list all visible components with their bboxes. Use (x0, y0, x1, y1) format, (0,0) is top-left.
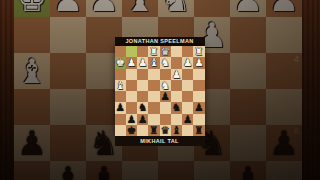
square-g7: ♟ (50, 161, 86, 180)
square-f7: ♟ (86, 161, 122, 180)
piece-black-knight: ♞ (172, 102, 181, 113)
square-c4[interactable] (171, 80, 182, 91)
piece-white-pawn: ♟ (233, 0, 263, 17)
square-e5[interactable] (148, 91, 159, 102)
piece-white-bishop: ♝ (149, 57, 158, 68)
square-h2[interactable]: ♚ (115, 57, 126, 68)
square-b3[interactable] (182, 69, 193, 80)
square-a3[interactable] (193, 69, 204, 80)
square-a4[interactable] (193, 80, 204, 91)
square-g6 (50, 125, 86, 161)
piece-white-bishop: ♝ (125, 0, 155, 17)
piece-black-pawn: ♟ (194, 102, 203, 113)
piece-white-king: ♚ (115, 57, 124, 68)
square-f8[interactable] (137, 125, 148, 136)
piece-white-bishop: ♝ (115, 80, 124, 91)
square-h8[interactable] (115, 125, 126, 136)
piece-black-pawn: ♟ (89, 161, 119, 180)
rank-coordinate-label: 4 (294, 54, 299, 64)
piece-white-pawn: ♟ (194, 57, 203, 68)
square-g4 (50, 53, 86, 89)
square-b4 (230, 53, 266, 89)
piece-black-pawn: ♟ (53, 161, 83, 180)
square-b7: ♟ (230, 161, 266, 180)
square-g4[interactable] (126, 80, 137, 91)
square-g6[interactable] (126, 102, 137, 113)
square-d2: ♞ (158, 0, 194, 17)
square-e7 (122, 161, 158, 180)
square-a3: 3 (266, 17, 302, 53)
square-g3[interactable] (126, 69, 137, 80)
square-a6[interactable]: ♟ (193, 102, 204, 113)
square-b2: ♟ (230, 0, 266, 17)
square-b7[interactable]: ♟ (182, 114, 193, 125)
square-h6[interactable]: ♟ (115, 102, 126, 113)
piece-white-pawn: ♟ (53, 0, 83, 17)
square-d5[interactable]: ♟ (160, 91, 171, 102)
piece-black-pawn: ♟ (17, 125, 47, 161)
square-d6[interactable] (160, 102, 171, 113)
piece-black-knight: ♞ (138, 102, 147, 113)
square-f2: ♟ (86, 0, 122, 17)
square-e8[interactable]: ♜ (148, 125, 159, 136)
square-a8[interactable]: ♜ (193, 125, 204, 136)
square-e4[interactable] (148, 80, 159, 91)
square-b6[interactable] (182, 102, 193, 113)
square-c3[interactable]: ♟ (171, 69, 182, 80)
square-a2: ♟2 (266, 0, 302, 17)
square-b2[interactable]: ♟ (182, 57, 193, 68)
piece-white-pawn: ♟ (172, 69, 181, 80)
piece-black-pawn: ♟ (160, 91, 169, 102)
square-b4[interactable] (182, 80, 193, 91)
piece-white-pawn: ♟ (89, 0, 119, 17)
square-a5: 5 (266, 89, 302, 125)
square-h5 (14, 89, 50, 125)
wood-border-right (302, 0, 320, 180)
piece-white-pawn: ♟ (127, 57, 136, 68)
square-h7[interactable] (115, 114, 126, 125)
square-f6[interactable]: ♞ (137, 102, 148, 113)
piece-black-pawn: ♟ (233, 161, 263, 180)
square-h4: ♝ (14, 53, 50, 89)
square-f4[interactable] (137, 80, 148, 91)
square-e6[interactable] (148, 102, 159, 113)
square-h6: ♟ (14, 125, 50, 161)
rank-coordinate-label: 7 (294, 162, 299, 172)
square-g2[interactable]: ♟ (126, 57, 137, 68)
square-c8[interactable]: ♝ (171, 125, 182, 136)
square-a2[interactable]: ♟ (193, 57, 204, 68)
square-h3 (14, 17, 50, 53)
game-panel: JONATHAN SPEELMAN ♜♛♜♚♟♟♝♞♟♟♟♝♞♟♟♞♞♟♟♟♟♚… (115, 37, 205, 146)
piece-white-pawn: ♟ (138, 57, 147, 68)
piece-black-rook: ♜ (149, 125, 158, 136)
square-a6: ♟6 (266, 125, 302, 161)
square-e2: ♝ (122, 0, 158, 17)
square-c6[interactable]: ♞ (171, 102, 182, 113)
square-a7: 7 (266, 161, 302, 180)
rank-coordinate-label: 6 (294, 126, 299, 136)
square-f2[interactable]: ♟ (137, 57, 148, 68)
video-frame: ♜♛♜1♚♟♟♝♞♟♟2♟3♝♞4♟5♟♞♞♟6♟♟♟7♚♜♛♝♜8 JONAT… (0, 0, 320, 180)
square-f3[interactable] (137, 69, 148, 80)
player-top-name: JONATHAN SPEELMAN (125, 38, 193, 44)
square-b5 (230, 89, 266, 125)
square-b8[interactable] (182, 125, 193, 136)
square-g5[interactable] (126, 91, 137, 102)
piece-black-pawn: ♟ (183, 114, 192, 125)
square-g3 (50, 17, 86, 53)
square-a4: 4 (266, 53, 302, 89)
square-d2[interactable]: ♞ (160, 57, 171, 68)
square-c7 (194, 161, 230, 180)
piece-white-pawn: ♟ (269, 0, 299, 17)
piece-black-queen: ♛ (160, 125, 169, 136)
square-b5[interactable] (182, 91, 193, 102)
piece-black-king: ♚ (127, 125, 136, 136)
piece-white-king: ♚ (17, 0, 47, 17)
player-bottom-bar: MIKHAIL TAL (115, 136, 205, 146)
piece-white-knight: ♞ (161, 0, 191, 17)
square-g5 (50, 89, 86, 125)
wood-border-left (0, 0, 14, 180)
piece-black-pawn: ♟ (138, 114, 147, 125)
piece-black-pawn: ♟ (115, 102, 124, 113)
square-d8[interactable]: ♛ (160, 125, 171, 136)
player-bottom-name: MIKHAIL TAL (140, 138, 178, 144)
square-d7 (158, 161, 194, 180)
square-e3[interactable] (148, 69, 159, 80)
square-h4[interactable]: ♝ (115, 80, 126, 91)
piece-white-bishop: ♝ (17, 53, 47, 89)
rank-coordinate-label: 3 (294, 18, 299, 28)
square-g8[interactable]: ♚ (126, 125, 137, 136)
piece-white-knight: ♞ (160, 57, 169, 68)
piece-black-rook: ♜ (194, 125, 203, 136)
piece-black-bishop: ♝ (172, 125, 181, 136)
square-f7[interactable]: ♟ (137, 114, 148, 125)
square-g2: ♟ (50, 0, 86, 17)
square-b6 (230, 125, 266, 161)
square-h2: ♚ (14, 0, 50, 17)
square-h7 (14, 161, 50, 180)
square-e2[interactable]: ♝ (148, 57, 159, 68)
chess-board: ♜♛♜♚♟♟♝♞♟♟♟♝♞♟♟♞♞♟♟♟♟♚♜♛♝♜ (115, 46, 205, 136)
rank-coordinate-label: 5 (294, 90, 299, 100)
piece-white-pawn: ♟ (183, 57, 192, 68)
square-c1[interactable] (171, 46, 182, 57)
square-b3 (230, 17, 266, 53)
square-c2[interactable] (171, 57, 182, 68)
